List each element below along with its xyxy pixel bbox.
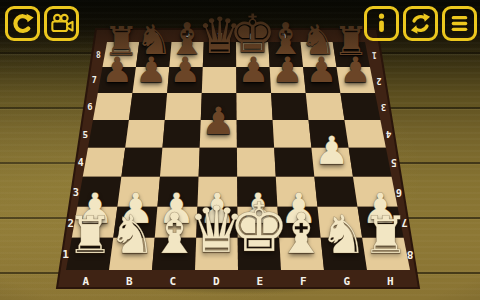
square-h5[interactable] [344, 120, 385, 148]
restart-button[interactable] [5, 6, 40, 41]
piece-black-pawn-g7[interactable]: ♟ [306, 51, 337, 86]
square-e4[interactable] [237, 148, 276, 177]
toolbar-left [5, 6, 79, 41]
coordinate-label: 7 [92, 75, 97, 85]
circular-arrow-icon [10, 11, 35, 36]
square-b4[interactable] [121, 148, 162, 177]
square-f6[interactable] [271, 93, 308, 120]
piece-white-rook-h1[interactable]: ♜ [363, 210, 409, 262]
info-button[interactable] [364, 6, 399, 41]
info-icon [369, 11, 394, 36]
coordinate-label: 5 [391, 157, 397, 168]
piece-black-pawn-a7[interactable]: ♟ [101, 51, 132, 86]
square-d4[interactable] [199, 148, 238, 177]
piece-black-pawn-h7[interactable]: ♟ [340, 51, 371, 86]
coordinate-label: A [82, 275, 89, 288]
coordinate-label: 4 [78, 157, 84, 168]
coordinate-label: G [344, 275, 351, 288]
coordinate-label: 5 [83, 129, 89, 140]
coordinate-label: 1 [372, 50, 377, 59]
coordinate-label: B [126, 275, 133, 288]
piece-white-rook-a1[interactable]: ♜ [67, 210, 113, 262]
square-g6[interactable] [306, 93, 345, 120]
game-scene: AH81BG72CF63DE54ED45FC36GB27HA18 ♜♞♝♛♚♝♞… [0, 0, 480, 300]
square-d7[interactable] [202, 67, 237, 93]
coordinate-label: D [213, 275, 220, 288]
camera-button[interactable] [44, 6, 79, 41]
square-c5[interactable] [162, 120, 200, 148]
coordinate-label: 8 [96, 51, 101, 60]
piece-black-pawn-c7[interactable]: ♟ [170, 51, 201, 86]
piece-black-pawn-d5[interactable]: ♟ [202, 103, 236, 141]
video-camera-icon [49, 11, 74, 36]
piece-black-pawn-b7[interactable]: ♟ [136, 51, 167, 86]
square-h4[interactable] [349, 148, 392, 177]
square-c4[interactable] [160, 148, 200, 177]
coordinate-label: 2 [376, 75, 381, 85]
toolbar-right [364, 6, 477, 41]
square-b6[interactable] [129, 93, 167, 120]
coordinate-label: F [300, 275, 307, 288]
coordinate-label: C [170, 275, 177, 288]
piece-black-pawn-e7[interactable]: ♟ [238, 51, 269, 86]
square-h6[interactable] [340, 93, 380, 120]
piece-black-pawn-f7[interactable]: ♟ [272, 51, 303, 86]
square-a6[interactable] [93, 93, 132, 120]
square-c6[interactable] [165, 93, 202, 120]
square-e6[interactable] [236, 93, 272, 120]
hamburger-menu-icon [447, 11, 472, 36]
rotate-button[interactable] [403, 6, 438, 41]
square-b5[interactable] [125, 120, 165, 148]
piece-white-pawn-g4[interactable]: ♟ [314, 130, 349, 169]
refresh-arrows-icon [408, 11, 433, 36]
coordinate-label: 4 [385, 129, 391, 140]
menu-button[interactable] [442, 6, 477, 41]
square-f4[interactable] [274, 148, 314, 177]
coordinate-label: H [387, 275, 394, 288]
coordinate-label: E [257, 275, 264, 288]
square-a4[interactable] [83, 148, 125, 177]
piece-white-knight-g1[interactable]: ♞ [320, 209, 368, 262]
square-e5[interactable] [237, 120, 274, 148]
square-f5[interactable] [273, 120, 312, 148]
coordinate-label: 3 [381, 102, 386, 112]
coordinate-label: 6 [87, 102, 92, 112]
square-a5[interactable] [88, 120, 129, 148]
